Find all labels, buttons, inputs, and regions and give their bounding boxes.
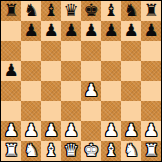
square-b3[interactable] <box>21 101 41 121</box>
square-b1[interactable]: ♞ <box>21 141 41 161</box>
square-c6[interactable] <box>41 41 61 61</box>
white-pawn[interactable]: ♟ <box>23 121 38 140</box>
square-a3[interactable] <box>1 101 21 121</box>
square-g2[interactable]: ♟ <box>121 121 141 141</box>
square-a1[interactable]: ♜ <box>1 141 21 161</box>
white-pawn[interactable]: ♟ <box>83 81 98 100</box>
square-d8[interactable]: ♛ <box>61 1 81 21</box>
square-c3[interactable] <box>41 101 61 121</box>
square-a7[interactable] <box>1 21 21 41</box>
square-c2[interactable]: ♟ <box>41 121 61 141</box>
white-pawn[interactable]: ♟ <box>103 121 118 140</box>
square-d3[interactable] <box>61 101 81 121</box>
square-b8[interactable]: ♞ <box>21 1 41 21</box>
square-h6[interactable] <box>141 41 161 61</box>
square-e5[interactable] <box>81 61 101 81</box>
square-c8[interactable]: ♝ <box>41 1 61 21</box>
square-f4[interactable] <box>101 81 121 101</box>
black-bishop[interactable]: ♝ <box>43 1 58 20</box>
square-h4[interactable] <box>141 81 161 101</box>
square-e4[interactable]: ♟ <box>81 81 101 101</box>
white-rook[interactable]: ♜ <box>143 141 158 160</box>
black-knight[interactable]: ♞ <box>123 1 138 20</box>
square-b4[interactable] <box>21 81 41 101</box>
square-e3[interactable] <box>81 101 101 121</box>
chess-board-frame: ♜♞♝♛♚♝♞♜♟♟♟♟♟♟♟♟♟♟♟♟♟♟♟♟♜♞♝♛♚♝♞♜ <box>0 0 162 162</box>
square-h7[interactable]: ♟ <box>141 21 161 41</box>
white-king[interactable]: ♚ <box>83 141 98 160</box>
square-a6[interactable] <box>1 41 21 61</box>
square-c7[interactable]: ♟ <box>41 21 61 41</box>
square-d7[interactable]: ♟ <box>61 21 81 41</box>
chess-board: ♜♞♝♛♚♝♞♜♟♟♟♟♟♟♟♟♟♟♟♟♟♟♟♟♜♞♝♛♚♝♞♜ <box>1 1 161 161</box>
white-pawn[interactable]: ♟ <box>123 121 138 140</box>
square-c1[interactable]: ♝ <box>41 141 61 161</box>
black-rook[interactable]: ♜ <box>143 1 158 20</box>
black-king[interactable]: ♚ <box>83 1 98 20</box>
square-f5[interactable] <box>101 61 121 81</box>
square-a2[interactable]: ♟ <box>1 121 21 141</box>
square-g3[interactable] <box>121 101 141 121</box>
white-bishop[interactable]: ♝ <box>43 141 58 160</box>
white-rook[interactable]: ♜ <box>3 141 18 160</box>
black-pawn[interactable]: ♟ <box>3 61 18 80</box>
white-pawn[interactable]: ♟ <box>63 121 78 140</box>
square-h5[interactable] <box>141 61 161 81</box>
white-pawn[interactable]: ♟ <box>143 121 158 140</box>
square-b6[interactable] <box>21 41 41 61</box>
white-pawn[interactable]: ♟ <box>43 121 58 140</box>
black-bishop[interactable]: ♝ <box>103 1 118 20</box>
square-f7[interactable]: ♟ <box>101 21 121 41</box>
square-g1[interactable]: ♞ <box>121 141 141 161</box>
black-pawn[interactable]: ♟ <box>83 21 98 40</box>
white-queen[interactable]: ♛ <box>63 141 78 160</box>
square-c5[interactable] <box>41 61 61 81</box>
square-g7[interactable]: ♟ <box>121 21 141 41</box>
black-pawn[interactable]: ♟ <box>23 21 38 40</box>
white-knight[interactable]: ♞ <box>23 141 38 160</box>
square-g6[interactable] <box>121 41 141 61</box>
square-a8[interactable]: ♜ <box>1 1 21 21</box>
square-e1[interactable]: ♚ <box>81 141 101 161</box>
square-g4[interactable] <box>121 81 141 101</box>
white-pawn[interactable]: ♟ <box>3 121 18 140</box>
square-e8[interactable]: ♚ <box>81 1 101 21</box>
square-a4[interactable] <box>1 81 21 101</box>
square-d2[interactable]: ♟ <box>61 121 81 141</box>
square-f3[interactable] <box>101 101 121 121</box>
square-f2[interactable]: ♟ <box>101 121 121 141</box>
black-queen[interactable]: ♛ <box>63 1 78 20</box>
square-d1[interactable]: ♛ <box>61 141 81 161</box>
square-e7[interactable]: ♟ <box>81 21 101 41</box>
square-a5[interactable]: ♟ <box>1 61 21 81</box>
square-d5[interactable] <box>61 61 81 81</box>
square-h1[interactable]: ♜ <box>141 141 161 161</box>
square-g5[interactable] <box>121 61 141 81</box>
square-f6[interactable] <box>101 41 121 61</box>
square-b7[interactable]: ♟ <box>21 21 41 41</box>
square-e2[interactable] <box>81 121 101 141</box>
square-c4[interactable] <box>41 81 61 101</box>
white-bishop[interactable]: ♝ <box>103 141 118 160</box>
square-h8[interactable]: ♜ <box>141 1 161 21</box>
square-f1[interactable]: ♝ <box>101 141 121 161</box>
white-knight[interactable]: ♞ <box>123 141 138 160</box>
square-e6[interactable] <box>81 41 101 61</box>
square-h3[interactable] <box>141 101 161 121</box>
square-f8[interactable]: ♝ <box>101 1 121 21</box>
square-b2[interactable]: ♟ <box>21 121 41 141</box>
black-rook[interactable]: ♜ <box>3 1 18 20</box>
black-pawn[interactable]: ♟ <box>43 21 58 40</box>
black-pawn[interactable]: ♟ <box>143 21 158 40</box>
square-b5[interactable] <box>21 61 41 81</box>
square-h2[interactable]: ♟ <box>141 121 161 141</box>
black-pawn[interactable]: ♟ <box>103 21 118 40</box>
square-d6[interactable] <box>61 41 81 61</box>
black-knight[interactable]: ♞ <box>23 1 38 20</box>
black-pawn[interactable]: ♟ <box>63 21 78 40</box>
square-g8[interactable]: ♞ <box>121 1 141 21</box>
square-d4[interactable] <box>61 81 81 101</box>
black-pawn[interactable]: ♟ <box>123 21 138 40</box>
